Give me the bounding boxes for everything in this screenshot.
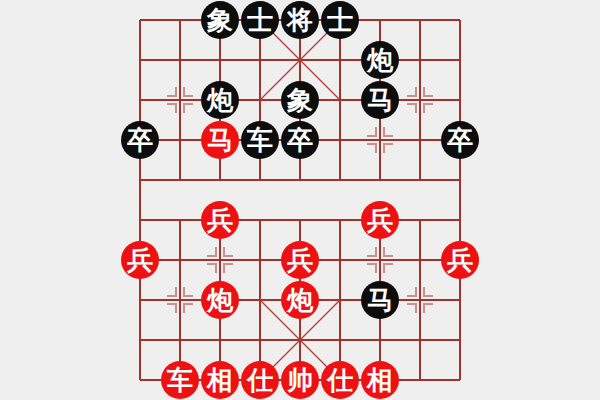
piece-black-king[interactable]: 将 [281, 1, 319, 39]
piece-black-pawn[interactable]: 卒 [441, 121, 479, 159]
piece-red-cannon[interactable]: 炮 [201, 281, 239, 319]
piece-red-elephant[interactable]: 相 [201, 361, 239, 399]
piece-red-elephant[interactable]: 相 [361, 361, 399, 399]
piece-black-elephant[interactable]: 象 [201, 1, 239, 39]
piece-black-cannon[interactable]: 炮 [201, 81, 239, 119]
piece-black-pawn[interactable]: 卒 [121, 121, 159, 159]
piece-red-pawn[interactable]: 兵 [121, 241, 159, 279]
piece-red-pawn[interactable]: 兵 [441, 241, 479, 279]
piece-black-horse[interactable]: 马 [361, 81, 399, 119]
piece-black-pawn[interactable]: 卒 [281, 121, 319, 159]
piece-black-advisor[interactable]: 士 [241, 1, 279, 39]
piece-red-rook[interactable]: 车 [161, 361, 199, 399]
piece-black-elephant[interactable]: 象 [281, 81, 319, 119]
piece-red-advisor[interactable]: 仕 [321, 361, 359, 399]
piece-red-cannon[interactable]: 炮 [281, 281, 319, 319]
piece-black-advisor[interactable]: 士 [321, 1, 359, 39]
piece-red-pawn[interactable]: 兵 [361, 201, 399, 239]
piece-red-pawn[interactable]: 兵 [201, 201, 239, 239]
xiangqi-board[interactable]: 象士将士炮炮象马卒马车卒卒兵兵兵兵兵炮炮马车相仕帅仕相 [120, 0, 480, 400]
piece-black-cannon[interactable]: 炮 [361, 41, 399, 79]
piece-red-horse[interactable]: 马 [201, 121, 239, 159]
piece-black-horse[interactable]: 马 [361, 281, 399, 319]
xiangqi-app-background: 象士将士炮炮象马卒马车卒卒兵兵兵兵兵炮炮马车相仕帅仕相 [0, 0, 600, 400]
piece-red-king[interactable]: 帅 [281, 361, 319, 399]
piece-black-rook[interactable]: 车 [241, 121, 279, 159]
piece-red-advisor[interactable]: 仕 [241, 361, 279, 399]
piece-red-pawn[interactable]: 兵 [281, 241, 319, 279]
